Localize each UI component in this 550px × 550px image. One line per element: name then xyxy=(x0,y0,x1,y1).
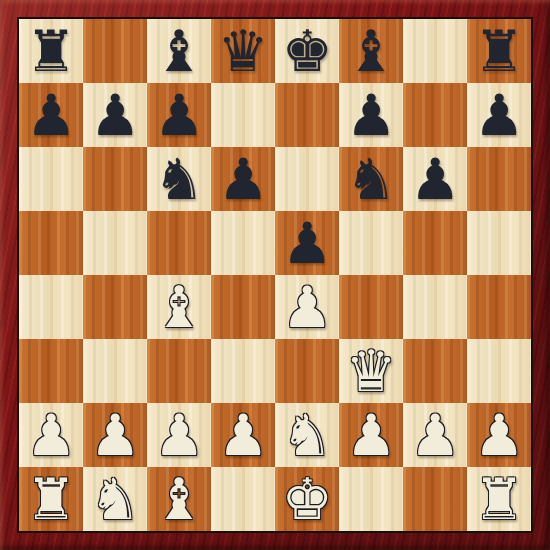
square-d2[interactable]: ♟ xyxy=(211,403,275,467)
square-f5[interactable] xyxy=(339,211,403,275)
square-c3[interactable] xyxy=(147,339,211,403)
square-h1[interactable]: ♜ xyxy=(467,467,531,531)
square-b1[interactable]: ♞ xyxy=(83,467,147,531)
square-e8[interactable]: ♚ xyxy=(275,19,339,83)
square-f3[interactable]: ♛ xyxy=(339,339,403,403)
square-g1[interactable] xyxy=(403,467,467,531)
white-pawn-d2[interactable]: ♟ xyxy=(217,403,268,467)
square-f1[interactable] xyxy=(339,467,403,531)
square-g7[interactable] xyxy=(403,83,467,147)
square-h8[interactable]: ♜ xyxy=(467,19,531,83)
square-e5[interactable]: ♟ xyxy=(275,211,339,275)
square-g8[interactable] xyxy=(403,19,467,83)
white-pawn-f2[interactable]: ♟ xyxy=(345,403,396,467)
square-g4[interactable] xyxy=(403,275,467,339)
square-f4[interactable] xyxy=(339,275,403,339)
black-pawn-d6[interactable]: ♟ xyxy=(217,147,268,211)
square-a5[interactable] xyxy=(19,211,83,275)
black-bishop-c8[interactable]: ♝ xyxy=(153,19,204,83)
square-e3[interactable] xyxy=(275,339,339,403)
square-a7[interactable]: ♟ xyxy=(19,83,83,147)
white-knight-b1[interactable]: ♞ xyxy=(89,467,140,531)
black-knight-c6[interactable]: ♞ xyxy=(153,147,204,211)
square-e7[interactable] xyxy=(275,83,339,147)
square-b6[interactable] xyxy=(83,147,147,211)
square-h3[interactable] xyxy=(467,339,531,403)
square-h2[interactable]: ♟ xyxy=(467,403,531,467)
white-king-e1[interactable]: ♚ xyxy=(281,467,332,531)
white-bishop-c1[interactable]: ♝ xyxy=(153,467,204,531)
black-pawn-e5[interactable]: ♟ xyxy=(281,211,332,275)
square-a4[interactable] xyxy=(19,275,83,339)
square-h6[interactable] xyxy=(467,147,531,211)
square-g2[interactable]: ♟ xyxy=(403,403,467,467)
square-a8[interactable]: ♜ xyxy=(19,19,83,83)
square-h5[interactable] xyxy=(467,211,531,275)
white-knight-e2[interactable]: ♞ xyxy=(281,403,332,467)
square-d5[interactable] xyxy=(211,211,275,275)
black-queen-d8[interactable]: ♛ xyxy=(217,19,268,83)
black-rook-h8[interactable]: ♜ xyxy=(473,19,524,83)
square-e2[interactable]: ♞ xyxy=(275,403,339,467)
square-g3[interactable] xyxy=(403,339,467,403)
square-f7[interactable]: ♟ xyxy=(339,83,403,147)
white-rook-h1[interactable]: ♜ xyxy=(473,467,524,531)
square-d6[interactable]: ♟ xyxy=(211,147,275,211)
square-d7[interactable] xyxy=(211,83,275,147)
black-knight-f6[interactable]: ♞ xyxy=(345,147,396,211)
square-b5[interactable] xyxy=(83,211,147,275)
black-pawn-c7[interactable]: ♟ xyxy=(153,83,204,147)
square-e6[interactable] xyxy=(275,147,339,211)
square-h4[interactable] xyxy=(467,275,531,339)
square-f6[interactable]: ♞ xyxy=(339,147,403,211)
black-pawn-g6[interactable]: ♟ xyxy=(409,147,460,211)
square-d4[interactable] xyxy=(211,275,275,339)
square-a2[interactable]: ♟ xyxy=(19,403,83,467)
square-b7[interactable]: ♟ xyxy=(83,83,147,147)
black-pawn-f7[interactable]: ♟ xyxy=(345,83,396,147)
square-a6[interactable] xyxy=(19,147,83,211)
white-pawn-c2[interactable]: ♟ xyxy=(153,403,204,467)
square-g5[interactable] xyxy=(403,211,467,275)
square-f2[interactable]: ♟ xyxy=(339,403,403,467)
square-b4[interactable] xyxy=(83,275,147,339)
black-pawn-h7[interactable]: ♟ xyxy=(473,83,524,147)
square-c6[interactable]: ♞ xyxy=(147,147,211,211)
black-bishop-f8[interactable]: ♝ xyxy=(345,19,396,83)
square-g6[interactable]: ♟ xyxy=(403,147,467,211)
square-e4[interactable]: ♟ xyxy=(275,275,339,339)
black-rook-a8[interactable]: ♜ xyxy=(25,19,76,83)
square-c7[interactable]: ♟ xyxy=(147,83,211,147)
chess-board: ♜♝♛♚♝♜♟♟♟♟♟♞♟♞♟♟♝♟♛♟♟♟♟♞♟♟♟♜♞♝♚♜ xyxy=(19,19,531,531)
square-c5[interactable] xyxy=(147,211,211,275)
square-e1[interactable]: ♚ xyxy=(275,467,339,531)
white-bishop-c4[interactable]: ♝ xyxy=(153,275,204,339)
square-a1[interactable]: ♜ xyxy=(19,467,83,531)
black-pawn-a7[interactable]: ♟ xyxy=(25,83,76,147)
board-frame: ♜♝♛♚♝♜♟♟♟♟♟♞♟♞♟♟♝♟♛♟♟♟♟♞♟♟♟♜♞♝♚♜ xyxy=(0,0,550,550)
square-c4[interactable]: ♝ xyxy=(147,275,211,339)
black-pawn-b7[interactable]: ♟ xyxy=(89,83,140,147)
square-c1[interactable]: ♝ xyxy=(147,467,211,531)
square-d1[interactable] xyxy=(211,467,275,531)
square-f8[interactable]: ♝ xyxy=(339,19,403,83)
white-queen-f3[interactable]: ♛ xyxy=(345,339,396,403)
white-pawn-a2[interactable]: ♟ xyxy=(25,403,76,467)
white-pawn-h2[interactable]: ♟ xyxy=(473,403,524,467)
square-d3[interactable] xyxy=(211,339,275,403)
square-a3[interactable] xyxy=(19,339,83,403)
square-b3[interactable] xyxy=(83,339,147,403)
black-king-e8[interactable]: ♚ xyxy=(281,19,332,83)
white-pawn-b2[interactable]: ♟ xyxy=(89,403,140,467)
board-border-line: ♜♝♛♚♝♜♟♟♟♟♟♞♟♞♟♟♝♟♛♟♟♟♟♞♟♟♟♜♞♝♚♜ xyxy=(17,17,533,533)
square-d8[interactable]: ♛ xyxy=(211,19,275,83)
white-rook-a1[interactable]: ♜ xyxy=(25,467,76,531)
white-pawn-g2[interactable]: ♟ xyxy=(409,403,460,467)
square-b8[interactable] xyxy=(83,19,147,83)
square-h7[interactable]: ♟ xyxy=(467,83,531,147)
square-c8[interactable]: ♝ xyxy=(147,19,211,83)
square-b2[interactable]: ♟ xyxy=(83,403,147,467)
white-pawn-e4[interactable]: ♟ xyxy=(281,275,332,339)
square-c2[interactable]: ♟ xyxy=(147,403,211,467)
